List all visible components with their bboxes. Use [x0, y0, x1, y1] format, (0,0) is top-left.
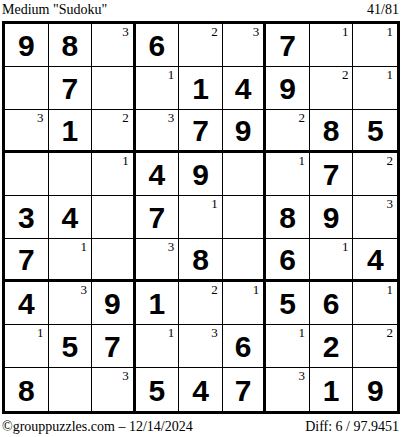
- copyright-date: ©grouppuzzles.com – 12/14/2024: [2, 418, 193, 435]
- cell-r3c4[interactable]: 3: [136, 110, 180, 153]
- cell-r9c1[interactable]: 8: [5, 368, 49, 411]
- cell-r8c1[interactable]: 1: [5, 325, 49, 368]
- corner-mark: 3: [81, 282, 88, 297]
- given-digit: 9: [323, 203, 340, 233]
- given-digit: 8: [61, 31, 78, 61]
- cell-r3c3[interactable]: 2: [92, 110, 136, 153]
- corner-mark: 1: [298, 153, 305, 168]
- cell-r4c5[interactable]: 9: [179, 153, 223, 196]
- cell-r8c5[interactable]: 3: [179, 325, 223, 368]
- cell-r9c9[interactable]: 9: [353, 368, 397, 411]
- cell-r8c4[interactable]: 1: [136, 325, 180, 368]
- footer: ©grouppuzzles.com – 12/14/2024 Diff: 6 /…: [2, 418, 399, 435]
- given-digit: 9: [279, 74, 296, 104]
- cell-r8c2[interactable]: 5: [49, 325, 93, 368]
- corner-mark: 2: [342, 67, 349, 82]
- corner-mark: 1: [298, 325, 305, 340]
- cell-r6c8[interactable]: 1: [310, 239, 354, 282]
- cell-r1c6[interactable]: 3: [223, 24, 267, 67]
- cell-r9c8[interactable]: 1: [310, 368, 354, 411]
- given-digit: 9: [104, 289, 121, 319]
- corner-mark: 3: [211, 325, 218, 340]
- cell-r2c9[interactable]: 1: [353, 67, 397, 110]
- cell-r5c8[interactable]: 9: [310, 196, 354, 239]
- cell-r7c1[interactable]: 4: [5, 282, 49, 325]
- cell-r5c7[interactable]: 8: [266, 196, 310, 239]
- given-digit: 7: [279, 31, 296, 61]
- given-digit: 9: [367, 376, 384, 406]
- cell-r1c8[interactable]: 1: [310, 24, 354, 67]
- cell-r4c3[interactable]: 1: [92, 153, 136, 196]
- given-digit: 1: [149, 289, 166, 319]
- given-digit: 4: [192, 376, 209, 406]
- corner-mark: 3: [298, 368, 305, 383]
- corner-mark: 1: [387, 282, 394, 297]
- cell-r7c3[interactable]: 9: [92, 282, 136, 325]
- cell-r1c9[interactable]: 1: [353, 24, 397, 67]
- cell-r7c9[interactable]: 1: [353, 282, 397, 325]
- cell-r4c7[interactable]: 1: [266, 153, 310, 196]
- given-digit: 8: [279, 203, 296, 233]
- given-digit: 7: [104, 332, 121, 362]
- cell-r7c8[interactable]: 6: [310, 282, 354, 325]
- corner-mark: 1: [81, 239, 88, 254]
- cell-r4c4[interactable]: 4: [136, 153, 180, 196]
- cell-r9c7[interactable]: 3: [266, 368, 310, 411]
- cell-r5c4[interactable]: 7: [136, 196, 180, 239]
- sudoku-grid: 9836237117114921312379285149172347189371…: [2, 21, 400, 414]
- cell-r1c4[interactable]: 6: [136, 24, 180, 67]
- corner-mark: 3: [253, 24, 260, 39]
- cell-r2c6[interactable]: 4: [223, 67, 267, 110]
- cell-r4c6[interactable]: [223, 153, 267, 196]
- given-digit: 1: [61, 116, 78, 146]
- cell-r4c9[interactable]: 2: [353, 153, 397, 196]
- puzzle-title: Medium "Sudoku": [2, 1, 107, 18]
- cell-r5c9[interactable]: 3: [353, 196, 397, 239]
- cell-r1c2[interactable]: 8: [49, 24, 93, 67]
- corner-mark: 3: [387, 196, 394, 211]
- given-digit: 5: [279, 289, 296, 319]
- cell-r4c1[interactable]: [5, 153, 49, 196]
- given-digit: 7: [18, 245, 35, 275]
- cell-r7c2[interactable]: 3: [49, 282, 93, 325]
- cell-r8c9[interactable]: 2: [353, 325, 397, 368]
- cell-r5c6[interactable]: [223, 196, 267, 239]
- given-digit: 9: [235, 116, 252, 146]
- cell-r5c2[interactable]: 4: [49, 196, 93, 239]
- cell-r4c2[interactable]: [49, 153, 93, 196]
- cell-r6c6[interactable]: [223, 239, 267, 282]
- cell-r4c8[interactable]: 7: [310, 153, 354, 196]
- given-digit: 6: [149, 31, 166, 61]
- cell-r9c6[interactable]: 7: [223, 368, 267, 411]
- cell-r3c1[interactable]: 3: [5, 110, 49, 153]
- given-digit: 7: [149, 203, 166, 233]
- given-digit: 8: [192, 245, 209, 275]
- corner-mark: 2: [298, 110, 305, 125]
- cell-r5c5[interactable]: 1: [179, 196, 223, 239]
- given-digit: 5: [149, 376, 166, 406]
- cell-r7c7[interactable]: 5: [266, 282, 310, 325]
- cell-r6c5[interactable]: 8: [179, 239, 223, 282]
- cell-r2c3[interactable]: [92, 67, 136, 110]
- given-digit: 4: [367, 245, 384, 275]
- corner-mark: 1: [168, 67, 175, 82]
- cell-r3c2[interactable]: 1: [49, 110, 93, 153]
- cell-r5c3[interactable]: [92, 196, 136, 239]
- cell-r7c4[interactable]: 1: [136, 282, 180, 325]
- given-digit: 4: [18, 289, 35, 319]
- corner-mark: 1: [387, 24, 394, 39]
- corner-mark: 3: [168, 110, 175, 125]
- given-digit: 9: [192, 160, 209, 190]
- cell-r1c3[interactable]: 3: [92, 24, 136, 67]
- cell-r7c5[interactable]: 2: [179, 282, 223, 325]
- cell-r8c7[interactable]: 1: [266, 325, 310, 368]
- cell-r2c8[interactable]: 2: [310, 67, 354, 110]
- corner-mark: 3: [168, 239, 175, 254]
- given-digit: 8: [18, 376, 35, 406]
- cell-r2c4[interactable]: 1: [136, 67, 180, 110]
- cell-r7c6[interactable]: 1: [223, 282, 267, 325]
- corner-mark: 1: [253, 282, 260, 297]
- given-digit: 8: [323, 116, 340, 146]
- cell-r9c4[interactable]: 5: [136, 368, 180, 411]
- given-digit: 3: [18, 203, 35, 233]
- cell-r1c5[interactable]: 2: [179, 24, 223, 67]
- cell-r9c5[interactable]: 4: [179, 368, 223, 411]
- given-digit: 1: [192, 74, 209, 104]
- cell-r2c1[interactable]: [5, 67, 49, 110]
- given-digit: 9: [18, 31, 35, 61]
- cell-r3c6[interactable]: 9: [223, 110, 267, 153]
- given-digit: 6: [235, 332, 252, 362]
- cell-r6c1[interactable]: 7: [5, 239, 49, 282]
- given-digit: 7: [235, 376, 252, 406]
- cell-r6c3[interactable]: [92, 239, 136, 282]
- given-digit: 6: [279, 245, 296, 275]
- corner-mark: 1: [211, 196, 218, 211]
- cell-r3c5[interactable]: 7: [179, 110, 223, 153]
- given-digit: 2: [323, 332, 340, 362]
- given-digit: 7: [323, 160, 340, 190]
- sudoku-page: { "header": { "title": "Medium \"Sudoku\…: [0, 0, 402, 437]
- corner-mark: 2: [211, 24, 218, 39]
- corner-mark: 3: [37, 110, 44, 125]
- corner-mark: 2: [122, 110, 129, 125]
- cell-r5c1[interactable]: 3: [5, 196, 49, 239]
- cell-r3c9[interactable]: 5: [353, 110, 397, 153]
- cell-r1c1[interactable]: 9: [5, 24, 49, 67]
- corner-mark: 1: [342, 24, 349, 39]
- corner-mark: 3: [122, 24, 129, 39]
- cell-r8c8[interactable]: 2: [310, 325, 354, 368]
- cell-r6c9[interactable]: 4: [353, 239, 397, 282]
- cell-r1c7[interactable]: 7: [266, 24, 310, 67]
- given-digit: 5: [61, 332, 78, 362]
- cell-r3c8[interactable]: 8: [310, 110, 354, 153]
- given-digit: 4: [235, 74, 252, 104]
- cell-r9c2[interactable]: [49, 368, 93, 411]
- given-digit: 5: [367, 116, 384, 146]
- cell-r9c3[interactable]: 3: [92, 368, 136, 411]
- header: Medium "Sudoku" 41/81: [2, 1, 399, 18]
- given-digit: 7: [61, 74, 78, 104]
- cell-r6c2[interactable]: 1: [49, 239, 93, 282]
- cell-r6c4[interactable]: 3: [136, 239, 180, 282]
- corner-mark: 1: [342, 239, 349, 254]
- given-digit: 6: [323, 289, 340, 319]
- difficulty-rating: Diff: 6 / 97.9451: [305, 418, 399, 435]
- corner-mark: 1: [168, 325, 175, 340]
- corner-mark: 2: [387, 325, 394, 340]
- cell-r8c3[interactable]: 7: [92, 325, 136, 368]
- cell-r3c7[interactable]: 2: [266, 110, 310, 153]
- cell-r6c7[interactable]: 6: [266, 239, 310, 282]
- cell-r2c2[interactable]: 7: [49, 67, 93, 110]
- cell-r2c7[interactable]: 9: [266, 67, 310, 110]
- cell-r2c5[interactable]: 1: [179, 67, 223, 110]
- given-digit: 4: [61, 203, 78, 233]
- corner-mark: 2: [211, 282, 218, 297]
- given-digit: 7: [192, 116, 209, 146]
- corner-mark: 3: [122, 368, 129, 383]
- corner-mark: 1: [387, 67, 394, 82]
- given-digit: 1: [323, 376, 340, 406]
- filled-counter: 41/81: [367, 1, 399, 18]
- given-digit: 4: [149, 160, 166, 190]
- corner-mark: 1: [37, 325, 44, 340]
- corner-mark: 2: [387, 153, 394, 168]
- corner-mark: 1: [122, 153, 129, 168]
- cell-r8c6[interactable]: 6: [223, 325, 267, 368]
